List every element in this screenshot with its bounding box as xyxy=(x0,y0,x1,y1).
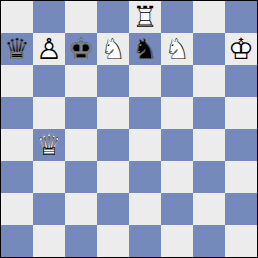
square-f7[interactable]: ♞♘ xyxy=(161,33,193,65)
square-a2[interactable] xyxy=(1,193,33,225)
board-grid: ♜♖♛♕♟♙♚♔♞♘♞♘♞♘♚♔♛♕ xyxy=(1,1,257,257)
white-knight-outline-glyph: ♘ xyxy=(97,33,129,65)
square-c8[interactable] xyxy=(65,1,97,33)
square-h2[interactable] xyxy=(225,193,257,225)
square-c4[interactable] xyxy=(65,129,97,161)
square-a5[interactable] xyxy=(1,97,33,129)
square-e4[interactable] xyxy=(129,129,161,161)
square-c5[interactable] xyxy=(65,97,97,129)
square-f8[interactable] xyxy=(161,1,193,33)
square-e7[interactable]: ♞♘ xyxy=(129,33,161,65)
black-knight-piece[interactable]: ♞♘ xyxy=(129,33,161,65)
square-e8[interactable]: ♜♖ xyxy=(129,1,161,33)
square-g3[interactable] xyxy=(193,161,225,193)
black-queen-piece[interactable]: ♛♕ xyxy=(1,33,33,65)
white-king-outline-glyph: ♔ xyxy=(225,33,257,65)
square-f1[interactable] xyxy=(161,225,193,257)
white-knight-piece[interactable]: ♞♘ xyxy=(161,33,193,65)
square-d5[interactable] xyxy=(97,97,129,129)
square-h5[interactable] xyxy=(225,97,257,129)
black-knight-outline-glyph: ♘ xyxy=(129,33,161,65)
square-d2[interactable] xyxy=(97,193,129,225)
square-b7[interactable]: ♟♙ xyxy=(33,33,65,65)
white-knight-piece[interactable]: ♞♘ xyxy=(97,33,129,65)
square-a8[interactable] xyxy=(1,1,33,33)
square-b6[interactable] xyxy=(33,65,65,97)
square-g8[interactable] xyxy=(193,1,225,33)
square-e5[interactable] xyxy=(129,97,161,129)
square-a1[interactable] xyxy=(1,225,33,257)
square-c7[interactable]: ♚♔ xyxy=(65,33,97,65)
square-h1[interactable] xyxy=(225,225,257,257)
white-rook-piece[interactable]: ♜♖ xyxy=(129,1,161,33)
square-h7[interactable]: ♚♔ xyxy=(225,33,257,65)
square-b1[interactable] xyxy=(33,225,65,257)
black-queen-outline-glyph: ♕ xyxy=(1,33,33,65)
square-g7[interactable] xyxy=(193,33,225,65)
square-a3[interactable] xyxy=(1,161,33,193)
square-f5[interactable] xyxy=(161,97,193,129)
square-d3[interactable] xyxy=(97,161,129,193)
square-f4[interactable] xyxy=(161,129,193,161)
square-c1[interactable] xyxy=(65,225,97,257)
square-c3[interactable] xyxy=(65,161,97,193)
square-d7[interactable]: ♞♘ xyxy=(97,33,129,65)
square-f6[interactable] xyxy=(161,65,193,97)
square-g6[interactable] xyxy=(193,65,225,97)
black-king-outline-glyph: ♔ xyxy=(65,33,97,65)
square-d6[interactable] xyxy=(97,65,129,97)
square-h6[interactable] xyxy=(225,65,257,97)
square-e2[interactable] xyxy=(129,193,161,225)
square-b3[interactable] xyxy=(33,161,65,193)
black-king-piece[interactable]: ♚♔ xyxy=(65,33,97,65)
square-f3[interactable] xyxy=(161,161,193,193)
square-f2[interactable] xyxy=(161,193,193,225)
square-g1[interactable] xyxy=(193,225,225,257)
square-g5[interactable] xyxy=(193,97,225,129)
white-queen-piece[interactable]: ♛♕ xyxy=(33,129,65,161)
square-a4[interactable] xyxy=(1,129,33,161)
white-pawn-outline-glyph: ♙ xyxy=(33,33,65,65)
white-knight-outline-glyph: ♘ xyxy=(161,33,193,65)
square-g2[interactable] xyxy=(193,193,225,225)
square-e3[interactable] xyxy=(129,161,161,193)
white-queen-outline-glyph: ♕ xyxy=(33,129,65,161)
square-e1[interactable] xyxy=(129,225,161,257)
square-a6[interactable] xyxy=(1,65,33,97)
square-b5[interactable] xyxy=(33,97,65,129)
square-h8[interactable] xyxy=(225,1,257,33)
square-b4[interactable]: ♛♕ xyxy=(33,129,65,161)
square-h4[interactable] xyxy=(225,129,257,161)
square-d1[interactable] xyxy=(97,225,129,257)
chess-board: ♜♖♛♕♟♙♚♔♞♘♞♘♞♘♚♔♛♕ xyxy=(0,0,258,258)
square-g4[interactable] xyxy=(193,129,225,161)
square-b8[interactable] xyxy=(33,1,65,33)
square-c2[interactable] xyxy=(65,193,97,225)
square-d4[interactable] xyxy=(97,129,129,161)
square-a7[interactable]: ♛♕ xyxy=(1,33,33,65)
white-rook-outline-glyph: ♖ xyxy=(129,1,161,33)
square-h3[interactable] xyxy=(225,161,257,193)
square-b2[interactable] xyxy=(33,193,65,225)
square-e6[interactable] xyxy=(129,65,161,97)
white-king-piece[interactable]: ♚♔ xyxy=(225,33,257,65)
square-c6[interactable] xyxy=(65,65,97,97)
white-pawn-piece[interactable]: ♟♙ xyxy=(33,33,65,65)
square-d8[interactable] xyxy=(97,1,129,33)
